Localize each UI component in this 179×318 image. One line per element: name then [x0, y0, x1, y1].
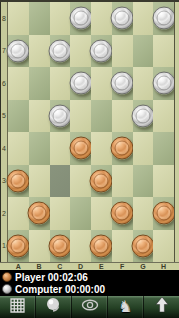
square-D3[interactable] [70, 165, 91, 198]
checkers-app-screen: 87654321 ABCDEFGH Player 00:02:06 Comput… [0, 0, 179, 318]
computer-white-man-D8[interactable] [69, 7, 92, 30]
rank-label-2: 2 [1, 197, 7, 230]
square-A6[interactable] [8, 67, 29, 100]
square-D4[interactable] [70, 132, 91, 165]
square-E2[interactable] [91, 197, 112, 230]
computer-white-man-F6[interactable] [111, 72, 134, 95]
square-B6[interactable] [29, 67, 50, 100]
square-C3[interactable] [50, 165, 71, 198]
board-right-frame [174, 2, 179, 262]
square-A4[interactable] [8, 132, 29, 165]
square-C2[interactable] [50, 197, 71, 230]
rank-labels: 87654321 [0, 2, 8, 262]
square-H5[interactable] [153, 100, 174, 133]
square-E3[interactable] [91, 165, 112, 198]
square-F4[interactable] [112, 132, 133, 165]
square-E1[interactable] [91, 230, 112, 263]
computer-piece-icon [2, 284, 12, 294]
square-G4[interactable] [133, 132, 154, 165]
square-C8[interactable] [50, 2, 71, 35]
player-name-label: Player 00:02:06 [15, 272, 88, 283]
arrow-up-icon [155, 297, 169, 317]
square-A1[interactable] [8, 230, 29, 263]
square-H4[interactable] [153, 132, 174, 165]
file-label-A: A [8, 263, 29, 270]
eye-icon [81, 298, 99, 316]
knight-icon: ♞ [118, 299, 132, 315]
square-F1[interactable] [112, 230, 133, 263]
square-G7[interactable] [133, 35, 154, 68]
square-G1[interactable] [133, 230, 154, 263]
computer-white-man-A7[interactable] [7, 39, 30, 62]
piece-button[interactable] [36, 296, 72, 318]
square-C4[interactable] [50, 132, 71, 165]
computer-white-man-C7[interactable] [48, 39, 71, 62]
square-C7[interactable] [50, 35, 71, 68]
square-G5[interactable] [133, 100, 154, 133]
computer-white-man-D6[interactable] [69, 72, 92, 95]
grid-icon [10, 298, 25, 317]
computer-white-man-H6[interactable] [152, 72, 175, 95]
square-E6[interactable] [91, 67, 112, 100]
file-labels: ABCDEFGH [0, 262, 179, 270]
square-D7[interactable] [70, 35, 91, 68]
board: 87654321 ABCDEFGH [0, 0, 179, 270]
square-G3[interactable] [133, 165, 154, 198]
player-bronze-man-F4[interactable] [111, 137, 134, 160]
player-bronze-man-A3[interactable] [7, 169, 30, 192]
bottom-toolbar: ♞ [0, 295, 179, 318]
square-H3[interactable] [153, 165, 174, 198]
computer-white-man-H8[interactable] [152, 7, 175, 30]
file-label-H: H [153, 263, 174, 270]
square-F5[interactable] [112, 100, 133, 133]
show-button[interactable] [72, 296, 108, 318]
file-label-C: C [50, 263, 71, 270]
square-D6[interactable] [70, 67, 91, 100]
file-label-E: E [91, 263, 112, 270]
computer-name-label: Computer 00:00:00 [15, 284, 105, 295]
square-B1[interactable] [29, 230, 50, 263]
rank-label-6: 6 [1, 67, 7, 100]
computer-white-man-G5[interactable] [131, 104, 154, 127]
player-clock-row: Player 00:02:06 [0, 270, 179, 283]
square-E4[interactable] [91, 132, 112, 165]
computer-white-man-F8[interactable] [111, 7, 134, 30]
square-C1[interactable] [50, 230, 71, 263]
square-B4[interactable] [29, 132, 50, 165]
square-C6[interactable] [50, 67, 71, 100]
square-E7[interactable] [91, 35, 112, 68]
square-A2[interactable] [8, 197, 29, 230]
file-label-F: F [112, 263, 133, 270]
square-B2[interactable] [29, 197, 50, 230]
hint-button[interactable]: ♞ [108, 296, 144, 318]
computer-clock-row: Computer 00:00:00 [0, 283, 179, 295]
square-E5[interactable] [91, 100, 112, 133]
square-F8[interactable] [112, 2, 133, 35]
square-H8[interactable] [153, 2, 174, 35]
file-label-D: D [70, 263, 91, 270]
player-bronze-man-C1[interactable] [48, 234, 71, 257]
computer-white-man-C5[interactable] [48, 104, 71, 127]
square-A7[interactable] [8, 35, 29, 68]
square-D8[interactable] [70, 2, 91, 35]
computer-time: 00:00:00 [65, 284, 105, 295]
piece-sphere-icon [45, 297, 62, 317]
rank-label-4: 4 [1, 132, 7, 165]
square-E8[interactable] [91, 2, 112, 35]
square-B7[interactable] [29, 35, 50, 68]
board-button[interactable] [0, 296, 36, 318]
player-bronze-man-E3[interactable] [90, 169, 113, 192]
square-C5[interactable] [50, 100, 71, 133]
square-B3[interactable] [29, 165, 50, 198]
player-piece-icon [2, 272, 12, 282]
square-G2[interactable] [133, 197, 154, 230]
square-F6[interactable] [112, 67, 133, 100]
player-bronze-man-A1[interactable] [7, 234, 30, 257]
file-label-G: G [133, 263, 154, 270]
square-G6[interactable] [133, 67, 154, 100]
rank-label-8: 8 [1, 2, 7, 35]
square-D2[interactable] [70, 197, 91, 230]
square-B5[interactable] [29, 100, 50, 133]
player-bronze-man-G1[interactable] [131, 234, 154, 257]
square-D1[interactable] [70, 230, 91, 263]
undo-button[interactable] [144, 296, 179, 318]
player-bronze-man-D4[interactable] [69, 137, 92, 160]
square-B8[interactable] [29, 2, 50, 35]
player-time: 00:02:06 [48, 272, 88, 283]
player-bronze-man-H2[interactable] [152, 202, 175, 225]
player-bronze-man-B2[interactable] [28, 202, 51, 225]
square-H2[interactable] [153, 197, 174, 230]
square-D5[interactable] [70, 100, 91, 133]
rank-label-5: 5 [1, 100, 7, 133]
square-A8[interactable] [8, 2, 29, 35]
square-A5[interactable] [8, 100, 29, 133]
square-H1[interactable] [153, 230, 174, 263]
square-F7[interactable] [112, 35, 133, 68]
square-F2[interactable] [112, 197, 133, 230]
file-label-B: B [29, 263, 50, 270]
square-H6[interactable] [153, 67, 174, 100]
player-bronze-man-E1[interactable] [90, 234, 113, 257]
square-H7[interactable] [153, 35, 174, 68]
board-grid[interactable] [8, 2, 174, 262]
clock-panel: Player 00:02:06 Computer 00:00:00 [0, 270, 179, 295]
computer-white-man-E7[interactable] [90, 39, 113, 62]
square-F3[interactable] [112, 165, 133, 198]
square-A3[interactable] [8, 165, 29, 198]
player-bronze-man-F2[interactable] [111, 202, 134, 225]
square-G8[interactable] [133, 2, 154, 35]
